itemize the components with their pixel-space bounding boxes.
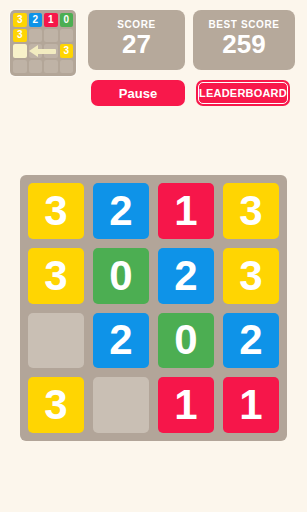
empty-cell <box>93 377 149 433</box>
tile-3: 3 <box>223 183 279 239</box>
logo-tile-3: 3 <box>60 44 74 58</box>
empty-cell <box>28 313 84 369</box>
logo-cell <box>44 29 58 43</box>
game-logo-mini-board: 321033 <box>10 10 76 76</box>
logo-cell <box>29 60 43 74</box>
logo-cell <box>60 29 74 43</box>
score-panel: SCORE 27 <box>88 10 185 70</box>
tile-2: 2 <box>158 248 214 304</box>
tile-1: 1 <box>223 377 279 433</box>
logo-tile-2: 2 <box>29 13 43 27</box>
tile-2: 2 <box>223 313 279 369</box>
tile-1: 1 <box>158 183 214 239</box>
tile-2: 2 <box>93 313 149 369</box>
logo-tile-3: 3 <box>13 29 27 43</box>
logo-tile-3: 3 <box>13 13 27 27</box>
tile-1: 1 <box>158 377 214 433</box>
move-left-arrow-icon <box>29 45 58 58</box>
tile-0: 0 <box>158 313 214 369</box>
logo-cell <box>29 29 43 43</box>
logo-cell <box>13 60 27 74</box>
tile-3: 3 <box>28 377 84 433</box>
tile-2: 2 <box>93 183 149 239</box>
tile-3: 3 <box>223 248 279 304</box>
logo-cell <box>60 60 74 74</box>
logo-cell <box>44 60 58 74</box>
score-value: 27 <box>88 31 185 57</box>
game-board[interactable]: 32133023202311 <box>20 175 287 441</box>
logo-tile-1: 1 <box>44 13 58 27</box>
best-score-value: 259 <box>193 31 295 57</box>
tile-3: 3 <box>28 183 84 239</box>
logo-cell <box>13 44 27 58</box>
tile-0: 0 <box>93 248 149 304</box>
pause-button[interactable]: Pause <box>91 80 185 106</box>
tile-3: 3 <box>28 248 84 304</box>
arrow-bar <box>37 49 56 54</box>
leaderboard-button[interactable]: LEADERBOARD <box>196 80 290 106</box>
best-score-panel: BEST SCORE 259 <box>193 10 295 70</box>
logo-tile-0: 0 <box>60 13 74 27</box>
